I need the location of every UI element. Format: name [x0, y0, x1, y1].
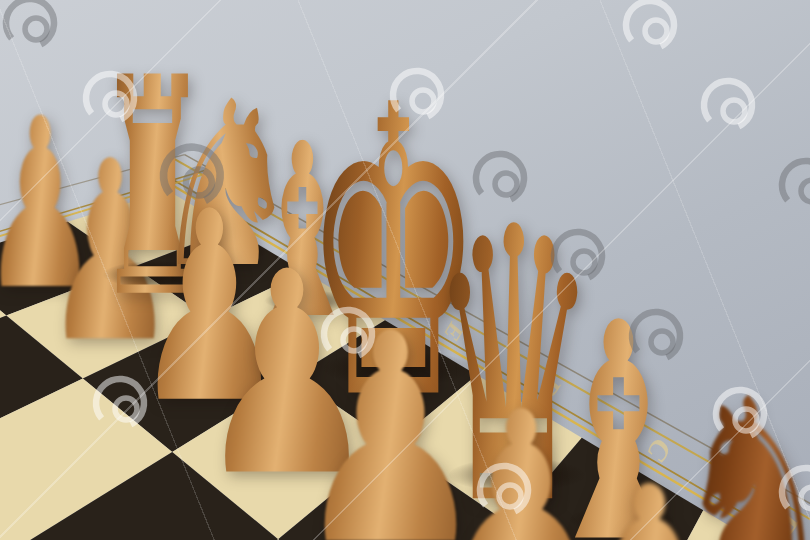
piece-shadow [265, 290, 349, 311]
piece-shadow [8, 262, 80, 280]
piece-white-pawn-h2: ♟ [0, 134, 190, 272]
piece-shadow [248, 444, 333, 465]
piece-white-knight-g1: ♞ [76, 104, 376, 252]
piece-white-queen-d1: ♛ [363, 215, 663, 477]
piece-shadow [323, 350, 472, 387]
piece-shadow [76, 314, 152, 333]
piece-shadow [173, 373, 253, 393]
piece-shadow [351, 512, 439, 534]
piece-shadow [569, 506, 675, 532]
piece-shadow [103, 261, 210, 288]
chessboard-photo: EDCB ♟♟♜♞♟♝♟♚♟♛♟♝♟♞ [0, 0, 810, 540]
pieces-layer: ♟♟♜♞♟♝♟♚♟♛♟♝♟♞ [0, 0, 810, 540]
piece-shadow [192, 241, 269, 260]
piece-shadow [720, 536, 795, 540]
piece-white-king-e1: ♚ [243, 84, 543, 370]
piece-shadow [449, 458, 585, 492]
